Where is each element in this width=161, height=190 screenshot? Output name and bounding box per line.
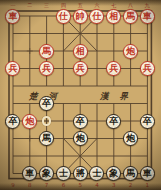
piece-black-soldier[interactable]: 卒 (39, 96, 54, 111)
piece-black-soldier[interactable]: 卒 (5, 114, 20, 129)
black-horse-glyph: 馬 (126, 169, 135, 178)
piece-red-cannon[interactable]: 炮 (123, 44, 138, 59)
river-label-han-jie: 漢界 (100, 91, 139, 102)
piece-red-horse[interactable]: 馬 (39, 44, 54, 59)
file-label-bottom-2: 8 (21, 181, 38, 189)
black-soldier-glyph: 卒 (8, 117, 17, 126)
piece-red-chariot[interactable]: 車 (5, 9, 20, 24)
black-elephant-glyph: 象 (42, 169, 51, 178)
piece-black-horse[interactable]: 馬 (123, 166, 138, 181)
black-soldier-glyph: 卒 (109, 117, 118, 126)
red-elephant-glyph: 相 (109, 12, 118, 21)
piece-black-soldier[interactable]: 卒 (73, 114, 88, 129)
red-cannon-glyph: 炮 (25, 117, 34, 126)
top-file-labels: 一二三四五六七八九 (5, 1, 156, 9)
red-elephant-glyph: 相 (76, 47, 85, 56)
black-soldier-glyph: 卒 (76, 117, 85, 126)
piece-black-general[interactable]: 將 (73, 166, 88, 181)
bottom-file-labels: 987654321 (5, 181, 156, 189)
black-soldier-glyph: 卒 (42, 99, 51, 108)
black-advisor-glyph: 士 (92, 169, 101, 178)
piece-black-horse[interactable]: 馬 (39, 131, 54, 146)
red-chariot-glyph: 車 (8, 12, 17, 21)
piece-red-advisor[interactable]: 仕 (89, 9, 104, 24)
piece-red-soldier[interactable]: 兵 (106, 61, 121, 76)
black-chariot-glyph: 車 (25, 169, 34, 178)
black-general-glyph: 將 (76, 169, 85, 178)
file-label-bottom-7: 3 (105, 181, 122, 189)
black-chariot-glyph: 車 (143, 169, 152, 178)
file-label-bottom-4: 6 (55, 181, 72, 189)
red-soldier-glyph: 兵 (109, 64, 118, 73)
red-advisor-glyph: 仕 (59, 12, 68, 21)
piece-red-soldier[interactable]: 兵 (5, 61, 20, 76)
black-cannon-glyph: 炮 (126, 134, 135, 143)
piece-red-advisor[interactable]: 仕 (56, 9, 71, 24)
piece-black-elephant[interactable]: 象 (106, 166, 121, 181)
file-label-bottom-5: 5 (72, 181, 89, 189)
file-label-bottom-8: 2 (122, 181, 139, 189)
file-label-top-2: 二 (21, 1, 38, 9)
piece-black-soldier[interactable]: 卒 (106, 114, 121, 129)
piece-red-general[interactable]: 帥 (73, 9, 88, 24)
piece-red-soldier[interactable]: 兵 (140, 61, 155, 76)
red-horse-glyph: 馬 (42, 47, 51, 56)
red-soldier-glyph: 兵 (8, 64, 17, 73)
file-label-bottom-6: 4 (89, 181, 106, 189)
file-label-top-7: 七 (105, 1, 122, 9)
black-advisor-glyph: 士 (59, 169, 68, 178)
file-label-bottom-1: 9 (5, 181, 22, 189)
red-horse-glyph: 馬 (126, 12, 135, 21)
black-elephant-glyph: 象 (109, 169, 118, 178)
piece-black-soldier[interactable]: 卒 (140, 114, 155, 129)
file-label-top-9: 九 (139, 1, 156, 9)
file-label-bottom-3: 7 (38, 181, 55, 189)
red-soldier-glyph: 兵 (76, 64, 85, 73)
black-soldier-glyph: 卒 (143, 117, 152, 126)
red-advisor-glyph: 仕 (92, 12, 101, 21)
file-label-top-3: 三 (38, 1, 55, 9)
piece-black-chariot[interactable]: 車 (22, 166, 37, 181)
piece-red-elephant[interactable]: 相 (106, 9, 121, 24)
piece-red-soldier[interactable]: 兵 (73, 61, 88, 76)
piece-black-advisor[interactable]: 士 (56, 166, 71, 181)
piece-black-elephant[interactable]: 象 (39, 166, 54, 181)
piece-black-chariot[interactable]: 車 (140, 166, 155, 181)
piece-red-cannon[interactable]: 炮 (22, 114, 37, 129)
file-label-top-4: 四 (55, 1, 72, 9)
file-label-bottom-9: 1 (139, 181, 156, 189)
red-soldier-glyph: 兵 (42, 64, 51, 73)
last-move-origin-marker (42, 116, 52, 126)
red-general-glyph: 帥 (76, 12, 85, 21)
red-cannon-glyph: 炮 (126, 47, 135, 56)
red-chariot-glyph: 車 (143, 12, 152, 21)
piece-black-cannon[interactable]: 炮 (73, 131, 88, 146)
piece-red-elephant[interactable]: 相 (73, 44, 88, 59)
piece-black-advisor[interactable]: 士 (89, 166, 104, 181)
file-label-top-6: 六 (89, 1, 106, 9)
piece-red-chariot[interactable]: 車 (140, 9, 155, 24)
piece-red-horse[interactable]: 馬 (123, 9, 138, 24)
red-soldier-glyph: 兵 (143, 64, 152, 73)
file-label-top-8: 八 (122, 1, 139, 9)
xiangqi-board: 一二三四五六七八九 987654321 楚河 漢界 車仕帥仕相馬車馬相炮兵兵兵兵… (0, 0, 161, 190)
black-cannon-glyph: 炮 (76, 134, 85, 143)
file-label-top-1: 一 (5, 1, 22, 9)
file-label-top-5: 五 (72, 1, 89, 9)
black-horse-glyph: 馬 (42, 134, 51, 143)
piece-black-cannon[interactable]: 炮 (123, 131, 138, 146)
piece-red-soldier[interactable]: 兵 (39, 61, 54, 76)
